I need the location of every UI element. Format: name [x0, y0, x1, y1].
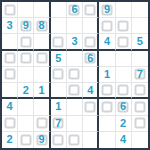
digit: 7	[55, 118, 61, 129]
square-mark	[134, 118, 145, 129]
square-mark	[101, 20, 112, 31]
digit: 4	[120, 134, 126, 145]
cell-r2c2[interactable]: 9	[18, 18, 34, 34]
cell-r7c2[interactable]	[18, 99, 34, 115]
cell-r6c5[interactable]	[67, 83, 83, 99]
cell-r3c7[interactable]: 4	[99, 34, 115, 50]
square-mark	[85, 36, 96, 47]
cell-r4c6[interactable]: 6	[83, 51, 99, 67]
cell-r5c1[interactable]	[2, 67, 18, 83]
cell-r9c2[interactable]	[18, 132, 34, 148]
cell-r8c6[interactable]	[83, 116, 99, 132]
digit: 2	[23, 85, 29, 96]
square-mark	[118, 20, 129, 31]
digit: 5	[55, 53, 61, 64]
cell-r1c2[interactable]	[18, 2, 34, 18]
square-mark	[85, 101, 96, 112]
cell-r2c9[interactable]	[132, 18, 148, 34]
cell-r8c2[interactable]	[18, 116, 34, 132]
cell-r1c4[interactable]	[51, 2, 67, 18]
cell-r1c5[interactable]: 6	[67, 2, 83, 18]
cell-r6c3[interactable]: 1	[34, 83, 50, 99]
digit: 7	[137, 69, 143, 80]
cell-r8c9[interactable]	[132, 116, 148, 132]
digit: 8	[38, 20, 44, 31]
cell-r4c4[interactable]: 5	[51, 51, 67, 67]
cell-r5c9[interactable]: 7	[132, 67, 148, 83]
square-mark	[69, 134, 80, 145]
cell-r3c3[interactable]	[34, 34, 50, 50]
cell-r6c6[interactable]: 4	[83, 83, 99, 99]
cell-r5c2[interactable]	[18, 67, 34, 83]
cell-r3c8[interactable]	[116, 34, 132, 50]
square-mark	[118, 36, 129, 47]
cell-r4c8[interactable]	[116, 51, 132, 67]
cell-r9c6[interactable]	[83, 132, 99, 148]
square-mark	[4, 53, 15, 64]
cell-r5c3[interactable]	[34, 67, 50, 83]
cell-r8c4[interactable]: 7	[51, 116, 67, 132]
cell-r2c5[interactable]	[67, 18, 83, 34]
digit: 1	[55, 101, 61, 112]
square-mark	[134, 101, 145, 112]
digit: 4	[87, 85, 93, 96]
cell-r8c5[interactable]	[67, 116, 83, 132]
digit: 5	[137, 36, 143, 47]
cell-r9c7[interactable]	[99, 132, 115, 148]
cell-r7c3[interactable]	[34, 99, 50, 115]
cell-r4c7[interactable]	[99, 51, 115, 67]
cell-r7c1[interactable]: 4	[2, 99, 18, 115]
cell-r6c9[interactable]	[132, 83, 148, 99]
cell-r1c8[interactable]	[116, 2, 132, 18]
square-mark	[4, 4, 15, 15]
cell-r4c9[interactable]	[132, 51, 148, 67]
cell-r3c9[interactable]: 5	[132, 34, 148, 50]
digit: 2	[120, 118, 126, 129]
cell-r2c3[interactable]: 8	[34, 18, 50, 34]
cell-r4c3[interactable]	[34, 51, 50, 67]
square-mark	[53, 134, 64, 145]
cell-r3c1[interactable]	[2, 34, 18, 50]
cell-r2c8[interactable]	[116, 18, 132, 34]
cell-r8c1[interactable]	[2, 116, 18, 132]
square-mark	[36, 118, 47, 129]
cell-r9c1[interactable]: 2	[2, 132, 18, 148]
digit: 4	[104, 36, 110, 47]
cell-r5c4[interactable]	[51, 67, 67, 83]
cell-r6c4[interactable]	[51, 83, 67, 99]
cell-r1c7[interactable]: 9	[99, 2, 115, 18]
cell-r6c7[interactable]	[99, 83, 115, 99]
cell-r7c4[interactable]: 1	[51, 99, 67, 115]
cell-r5c5[interactable]	[67, 67, 83, 83]
digit: 9	[38, 134, 44, 145]
sudoku-board: 69398345561721441672294	[0, 0, 150, 150]
cell-r6c8[interactable]	[116, 83, 132, 99]
cell-r4c5[interactable]	[67, 51, 83, 67]
cell-r7c6[interactable]	[83, 99, 99, 115]
square-mark	[85, 4, 96, 15]
square-mark	[4, 118, 15, 129]
cell-r8c3[interactable]	[34, 116, 50, 132]
cell-r7c8[interactable]: 6	[116, 99, 132, 115]
square-mark	[20, 134, 31, 145]
digit: 3	[7, 20, 13, 31]
cell-r2c6[interactable]	[83, 18, 99, 34]
digit: 1	[104, 69, 110, 80]
cell-r3c2[interactable]	[18, 34, 34, 50]
cell-r8c8[interactable]: 2	[116, 116, 132, 132]
cell-r4c1[interactable]	[2, 51, 18, 67]
cell-r7c7[interactable]	[99, 99, 115, 115]
cell-r8c7[interactable]	[99, 116, 115, 132]
cell-r4c2[interactable]	[18, 51, 34, 67]
cell-r7c9[interactable]	[132, 99, 148, 115]
square-mark	[53, 36, 64, 47]
cell-r3c4[interactable]	[51, 34, 67, 50]
square-mark	[101, 101, 112, 112]
square-mark	[53, 69, 64, 80]
cell-r9c5[interactable]	[67, 132, 83, 148]
digit: 6	[120, 101, 126, 112]
cell-r9c4[interactable]	[51, 132, 67, 148]
cell-r3c6[interactable]	[83, 34, 99, 50]
digit: 3	[71, 36, 77, 47]
cell-r1c6[interactable]	[83, 2, 99, 18]
digit: 2	[7, 134, 13, 145]
cell-r5c7[interactable]: 1	[99, 67, 115, 83]
digit: 6	[71, 4, 77, 15]
square-mark	[118, 85, 129, 96]
cell-r1c1[interactable]	[2, 2, 18, 18]
cell-r6c2[interactable]: 2	[18, 83, 34, 99]
cell-r9c8[interactable]: 4	[116, 132, 132, 148]
square-mark	[69, 85, 80, 96]
digit: 6	[87, 53, 93, 64]
square-mark	[20, 36, 31, 47]
cell-r9c9[interactable]	[132, 132, 148, 148]
digit: 1	[38, 85, 44, 96]
cell-r2c4[interactable]	[51, 18, 67, 34]
cell-r5c6[interactable]	[83, 67, 99, 83]
cell-r1c9[interactable]	[132, 2, 148, 18]
digit: 9	[23, 20, 29, 31]
square-mark	[36, 53, 47, 64]
cell-r5c8[interactable]	[116, 67, 132, 83]
digit: 4	[7, 101, 13, 112]
square-mark	[134, 85, 145, 96]
cell-r9c3[interactable]: 9	[34, 132, 50, 148]
cell-r3c5[interactable]: 3	[67, 34, 83, 50]
cell-r2c7[interactable]	[99, 18, 115, 34]
cell-r6c1[interactable]	[2, 83, 18, 99]
square-mark	[20, 53, 31, 64]
square-mark	[101, 85, 112, 96]
cell-r2c1[interactable]: 3	[2, 18, 18, 34]
square-mark	[4, 69, 15, 80]
cell-r7c5[interactable]	[67, 99, 83, 115]
cell-r1c3[interactable]	[34, 2, 50, 18]
square-mark	[69, 69, 80, 80]
digit: 9	[104, 4, 110, 15]
